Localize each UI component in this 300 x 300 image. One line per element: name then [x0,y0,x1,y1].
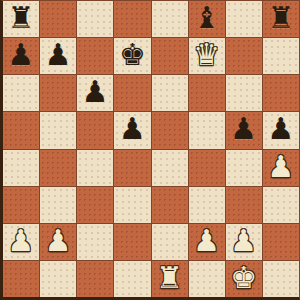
piece-white-queen: ♛ [193,40,220,70]
square-g4[interactable] [226,150,262,186]
square-c1[interactable] [77,261,113,297]
square-b5[interactable] [40,112,76,148]
square-c6[interactable]: ♟ [77,75,113,111]
square-g2[interactable]: ♟ [226,224,262,260]
piece-black-rook: ♜ [267,3,294,33]
square-e8[interactable] [152,1,188,37]
square-b1[interactable] [40,261,76,297]
square-d1[interactable] [114,261,150,297]
square-f7[interactable]: ♛ [189,38,225,74]
piece-black-pawn: ♟ [230,114,257,144]
square-h4[interactable]: ♟ [263,150,299,186]
piece-black-king: ♚ [119,40,146,70]
piece-black-pawn: ♟ [45,40,72,70]
square-e6[interactable] [152,75,188,111]
square-a6[interactable] [3,75,39,111]
square-c4[interactable] [77,150,113,186]
square-b7[interactable]: ♟ [40,38,76,74]
square-d6[interactable] [114,75,150,111]
piece-black-rook: ♜ [8,3,35,33]
square-g3[interactable] [226,187,262,223]
square-g1[interactable]: ♚ [226,261,262,297]
square-a2[interactable]: ♟ [3,224,39,260]
piece-white-pawn: ♟ [193,226,220,256]
square-b6[interactable] [40,75,76,111]
square-a1[interactable] [3,261,39,297]
square-d7[interactable]: ♚ [114,38,150,74]
piece-black-pawn: ♟ [267,114,294,144]
square-f3[interactable] [189,187,225,223]
square-h3[interactable] [263,187,299,223]
piece-white-pawn: ♟ [45,226,72,256]
square-e5[interactable] [152,112,188,148]
piece-white-pawn: ♟ [8,226,35,256]
square-e2[interactable] [152,224,188,260]
square-b4[interactable] [40,150,76,186]
square-f8[interactable]: ♝ [189,1,225,37]
square-d2[interactable] [114,224,150,260]
square-e4[interactable] [152,150,188,186]
square-b8[interactable] [40,1,76,37]
square-f1[interactable] [189,261,225,297]
square-c5[interactable] [77,112,113,148]
square-a7[interactable]: ♟ [3,38,39,74]
square-e1[interactable]: ♜ [152,261,188,297]
square-d5[interactable]: ♟ [114,112,150,148]
square-f2[interactable]: ♟ [189,224,225,260]
piece-black-bishop: ♝ [193,3,220,33]
square-c8[interactable] [77,1,113,37]
square-h6[interactable] [263,75,299,111]
piece-black-pawn: ♟ [8,40,35,70]
piece-black-pawn: ♟ [119,114,146,144]
square-b2[interactable]: ♟ [40,224,76,260]
square-h7[interactable] [263,38,299,74]
square-h2[interactable] [263,224,299,260]
chess-board-frame: ♜♝♜♟♟♚♛♟♟♟♟♟♟♟♟♟♜♚ [0,0,300,300]
square-d3[interactable] [114,187,150,223]
square-d8[interactable] [114,1,150,37]
square-f4[interactable] [189,150,225,186]
square-h8[interactable]: ♜ [263,1,299,37]
square-a5[interactable] [3,112,39,148]
square-g7[interactable] [226,38,262,74]
square-c3[interactable] [77,187,113,223]
piece-white-pawn: ♟ [230,226,257,256]
piece-white-rook: ♜ [156,263,183,293]
square-a8[interactable]: ♜ [3,1,39,37]
square-h5[interactable]: ♟ [263,112,299,148]
piece-black-pawn: ♟ [82,77,109,107]
square-g5[interactable]: ♟ [226,112,262,148]
square-f5[interactable] [189,112,225,148]
square-a4[interactable] [3,150,39,186]
square-e3[interactable] [152,187,188,223]
piece-white-king: ♚ [230,263,257,293]
square-c7[interactable] [77,38,113,74]
square-g8[interactable] [226,1,262,37]
piece-white-pawn: ♟ [267,152,294,182]
square-d4[interactable] [114,150,150,186]
square-h1[interactable] [263,261,299,297]
square-g6[interactable] [226,75,262,111]
square-b3[interactable] [40,187,76,223]
square-a3[interactable] [3,187,39,223]
square-e7[interactable] [152,38,188,74]
chess-board: ♜♝♜♟♟♚♛♟♟♟♟♟♟♟♟♟♜♚ [3,1,299,297]
square-c2[interactable] [77,224,113,260]
square-f6[interactable] [189,75,225,111]
